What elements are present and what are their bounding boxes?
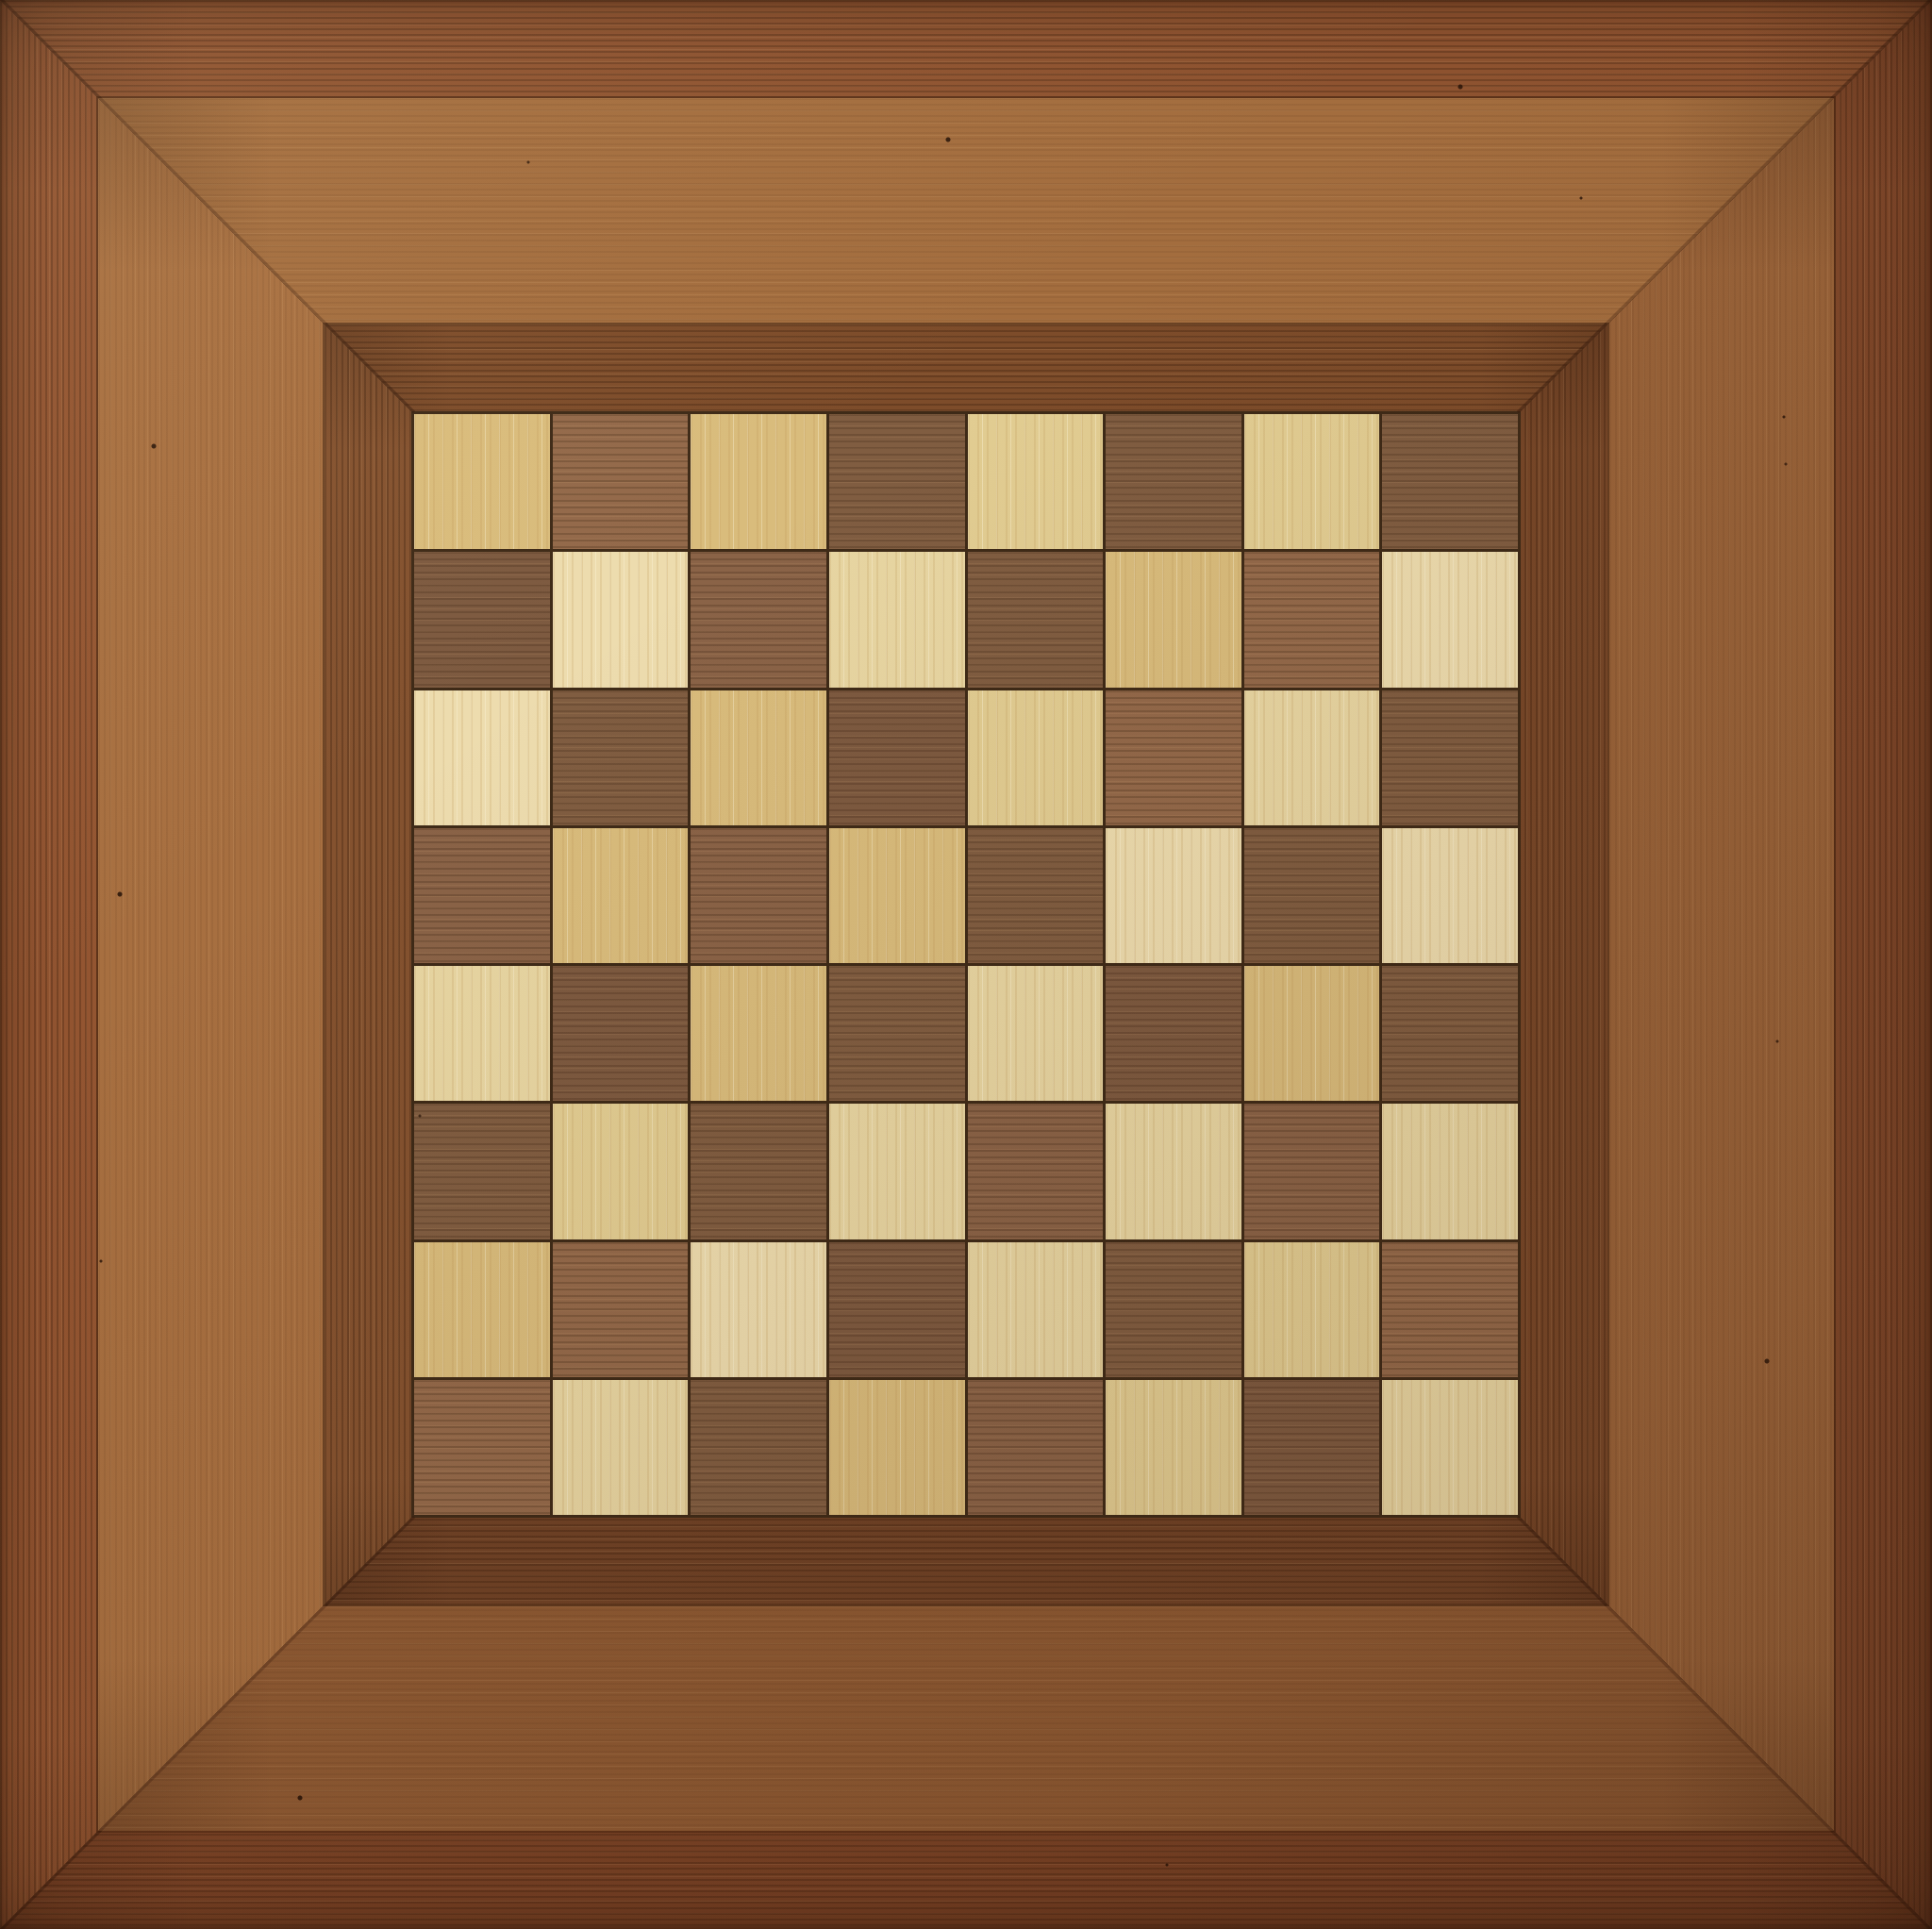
square-c1[interactable] [691,1380,826,1515]
square-f2[interactable] [1106,1242,1241,1377]
square-e3[interactable] [968,1104,1104,1239]
square-a2[interactable] [414,1242,550,1377]
square-h7[interactable] [1382,552,1518,687]
square-g2[interactable] [1244,1242,1380,1377]
board [411,411,1521,1518]
square-e6[interactable] [968,690,1104,825]
square-a5[interactable] [414,828,550,963]
square-f4[interactable] [1106,966,1241,1101]
square-d8[interactable] [829,414,965,549]
square-b2[interactable] [553,1242,689,1377]
square-e1[interactable] [968,1380,1104,1515]
square-g5[interactable] [1244,828,1380,963]
square-g7[interactable] [1244,552,1380,687]
square-g1[interactable] [1244,1380,1380,1515]
square-a3[interactable] [414,1104,550,1239]
square-h1[interactable] [1382,1380,1518,1515]
square-e2[interactable] [968,1242,1104,1377]
square-f5[interactable] [1106,828,1241,963]
square-a1[interactable] [414,1380,550,1515]
square-c2[interactable] [691,1242,826,1377]
square-h8[interactable] [1382,414,1518,549]
square-e4[interactable] [968,966,1104,1101]
square-b6[interactable] [553,690,689,825]
square-b7[interactable] [553,552,689,687]
square-c3[interactable] [691,1104,826,1239]
chessboard-photo [0,0,1932,1929]
square-f7[interactable] [1106,552,1241,687]
square-b8[interactable] [553,414,689,549]
square-h6[interactable] [1382,690,1518,825]
square-a6[interactable] [414,690,550,825]
square-e5[interactable] [968,828,1104,963]
square-d5[interactable] [829,828,965,963]
square-b1[interactable] [553,1380,689,1515]
square-b4[interactable] [553,966,689,1101]
square-g4[interactable] [1244,966,1380,1101]
square-d3[interactable] [829,1104,965,1239]
square-c4[interactable] [691,966,826,1101]
square-h3[interactable] [1382,1104,1518,1239]
square-d2[interactable] [829,1242,965,1377]
square-g3[interactable] [1244,1104,1380,1239]
square-e7[interactable] [968,552,1104,687]
outer-frame [0,0,1932,1929]
square-g6[interactable] [1244,690,1380,825]
square-c7[interactable] [691,552,826,687]
square-h5[interactable] [1382,828,1518,963]
square-a4[interactable] [414,966,550,1101]
square-f6[interactable] [1106,690,1241,825]
square-h4[interactable] [1382,966,1518,1101]
square-d4[interactable] [829,966,965,1101]
square-h2[interactable] [1382,1242,1518,1377]
square-f1[interactable] [1106,1380,1241,1515]
square-f3[interactable] [1106,1104,1241,1239]
square-a8[interactable] [414,414,550,549]
square-a7[interactable] [414,552,550,687]
inner-border [325,324,1607,1605]
square-d6[interactable] [829,690,965,825]
square-b3[interactable] [553,1104,689,1239]
square-e8[interactable] [968,414,1104,549]
square-f8[interactable] [1106,414,1241,549]
square-c5[interactable] [691,828,826,963]
middle-frame [98,98,1834,1831]
square-d1[interactable] [829,1380,965,1515]
square-d7[interactable] [829,552,965,687]
square-c6[interactable] [691,690,826,825]
square-c8[interactable] [691,414,826,549]
square-g8[interactable] [1244,414,1380,549]
square-b5[interactable] [553,828,689,963]
